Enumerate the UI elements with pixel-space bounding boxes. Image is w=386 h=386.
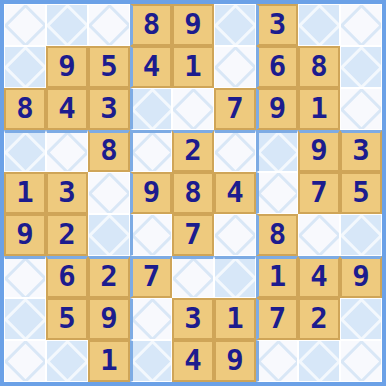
given-digit: 8: [310, 52, 327, 81]
cell-r9c6[interactable]: 9: [214, 340, 256, 382]
cell-r8c8[interactable]: 2: [298, 298, 340, 340]
cell-r8c9[interactable]: [340, 298, 382, 340]
given-digit: 6: [58, 262, 75, 291]
cell-r1c8[interactable]: [298, 4, 340, 46]
diamond-icon: [130, 130, 172, 172]
cell-r9c1[interactable]: [4, 340, 46, 382]
given-digit: 8: [143, 10, 160, 39]
cell-r8c2[interactable]: 5: [46, 298, 88, 340]
cell-r9c2[interactable]: [46, 340, 88, 382]
given-digit: 4: [310, 262, 327, 291]
cell-r7c5[interactable]: [172, 256, 214, 298]
cell-r7c3[interactable]: 2: [88, 256, 130, 298]
given-digit: 7: [269, 304, 286, 333]
diamond-icon: [214, 46, 256, 88]
given-digit: 5: [352, 178, 369, 207]
given-digit: 9: [58, 52, 75, 81]
diamond-icon: [88, 214, 130, 256]
cell-r9c4[interactable]: [130, 340, 172, 382]
given-digit: 4: [184, 346, 201, 375]
cell-r1c5[interactable]: 9: [172, 4, 214, 46]
given-digit: 1: [184, 52, 201, 81]
cell-r7c1[interactable]: [4, 256, 46, 298]
diamond-icon: [214, 214, 256, 256]
given-digit: 1: [100, 346, 117, 375]
cell-r1c1[interactable]: [4, 4, 46, 46]
given-digit: 9: [143, 178, 160, 207]
cell-r9c5[interactable]: 4: [172, 340, 214, 382]
cell-r8c1[interactable]: [4, 298, 46, 340]
given-digit: 4: [226, 178, 243, 207]
cell-r7c9[interactable]: 9: [340, 256, 382, 298]
diamond-icon: [172, 256, 214, 298]
given-digit: 1: [269, 262, 286, 291]
given-digit: 6: [269, 52, 286, 81]
cell-r6c7[interactable]: 8: [256, 214, 298, 256]
cell-r4c9[interactable]: 3: [340, 130, 382, 172]
cell-r2c5[interactable]: 1: [172, 46, 214, 88]
given-digit: 9: [16, 220, 33, 249]
given-digit: 9: [100, 304, 117, 333]
given-digit: 3: [352, 136, 369, 165]
cell-r2c1[interactable]: [4, 46, 46, 88]
diamond-icon: [214, 256, 256, 298]
cell-r3c4[interactable]: [130, 88, 172, 130]
cell-r4c7[interactable]: [256, 130, 298, 172]
given-digit: 9: [269, 94, 286, 123]
cell-r6c2[interactable]: 2: [46, 214, 88, 256]
given-digit: 9: [226, 346, 243, 375]
diamond-icon: [4, 46, 46, 88]
cell-r7c2[interactable]: 6: [46, 256, 88, 298]
cell-r1c9[interactable]: [340, 4, 382, 46]
diamond-icon: [298, 340, 340, 382]
given-digit: 2: [310, 304, 327, 333]
cell-r5c8[interactable]: 7: [298, 172, 340, 214]
diamond-icon: [4, 256, 46, 298]
diamond-icon: [214, 130, 256, 172]
cell-r9c9[interactable]: [340, 340, 382, 382]
diamond-icon: [88, 172, 130, 214]
cell-r9c7[interactable]: [256, 340, 298, 382]
diamond-icon: [298, 4, 340, 46]
given-digit: 2: [184, 136, 201, 165]
given-digit: 1: [226, 304, 243, 333]
given-digit: 3: [100, 94, 117, 123]
cell-r2c9[interactable]: [340, 46, 382, 88]
cell-r5c6[interactable]: 4: [214, 172, 256, 214]
given-digit: 9: [310, 136, 327, 165]
cell-r9c3[interactable]: 1: [88, 340, 130, 382]
diamond-icon: [46, 4, 88, 46]
cell-r6c4[interactable]: [130, 214, 172, 256]
cell-r8c5[interactable]: 3: [172, 298, 214, 340]
cell-r8c7[interactable]: 7: [256, 298, 298, 340]
cell-r3c7[interactable]: 9: [256, 88, 298, 130]
cell-r3c9[interactable]: [340, 88, 382, 130]
diamond-icon: [130, 214, 172, 256]
cell-r4c1[interactable]: [4, 130, 46, 172]
given-digit: 8: [269, 220, 286, 249]
diamond-icon: [4, 4, 46, 46]
cell-r4c6[interactable]: [214, 130, 256, 172]
diamond-icon: [340, 88, 382, 130]
given-digit: 1: [16, 178, 33, 207]
given-digit: 5: [58, 304, 75, 333]
given-digit: 3: [58, 178, 75, 207]
cell-r3c5[interactable]: [172, 88, 214, 130]
cell-r2c6[interactable]: [214, 46, 256, 88]
cell-r1c7[interactable]: 3: [256, 4, 298, 46]
diamond-icon: [46, 130, 88, 172]
cell-r8c4[interactable]: [130, 298, 172, 340]
diamond-icon: [256, 340, 298, 382]
cell-r3c8[interactable]: 1: [298, 88, 340, 130]
cell-r4c4[interactable]: [130, 130, 172, 172]
cell-r2c4[interactable]: 4: [130, 46, 172, 88]
cell-r7c7[interactable]: 1: [256, 256, 298, 298]
diamond-icon: [4, 298, 46, 340]
given-digit: 7: [143, 262, 160, 291]
given-digit: 9: [184, 10, 201, 39]
cell-r3c3[interactable]: 3: [88, 88, 130, 130]
cell-r3c6[interactable]: 7: [214, 88, 256, 130]
cell-r1c2[interactable]: [46, 4, 88, 46]
cell-r5c1[interactable]: 1: [4, 172, 46, 214]
diamond-icon: [298, 214, 340, 256]
diamond-icon: [256, 172, 298, 214]
given-digit: 4: [143, 52, 160, 81]
diamond-icon: [130, 88, 172, 130]
given-digit: 2: [100, 262, 117, 291]
cell-r1c3[interactable]: [88, 4, 130, 46]
cell-r7c6[interactable]: [214, 256, 256, 298]
sudoku-board-frame: 8939541688437918293139847592786271495931…: [0, 0, 386, 386]
given-digit: 4: [58, 94, 75, 123]
cell-r6c9[interactable]: [340, 214, 382, 256]
cell-r5c7[interactable]: [256, 172, 298, 214]
given-digit: 7: [310, 178, 327, 207]
diamond-icon: [214, 4, 256, 46]
diamond-icon: [4, 340, 46, 382]
cell-r6c5[interactable]: 7: [172, 214, 214, 256]
cell-r5c3[interactable]: [88, 172, 130, 214]
diamond-icon: [340, 340, 382, 382]
cell-r6c8[interactable]: [298, 214, 340, 256]
cell-r8c6[interactable]: 1: [214, 298, 256, 340]
given-digit: 3: [184, 304, 201, 333]
cell-r3c1[interactable]: 8: [4, 88, 46, 130]
cell-r6c6[interactable]: [214, 214, 256, 256]
cell-r6c1[interactable]: 9: [4, 214, 46, 256]
diamond-icon: [340, 4, 382, 46]
cell-r4c8[interactable]: 9: [298, 130, 340, 172]
cell-r3c2[interactable]: 4: [46, 88, 88, 130]
given-digit: 9: [352, 262, 369, 291]
diamond-icon: [340, 298, 382, 340]
cell-r5c4[interactable]: 9: [130, 172, 172, 214]
given-digit: 8: [184, 178, 201, 207]
given-digit: 2: [58, 220, 75, 249]
diamond-icon: [130, 340, 172, 382]
cell-r2c2[interactable]: 9: [46, 46, 88, 88]
given-digit: 5: [100, 52, 117, 81]
given-digit: 3: [269, 10, 286, 39]
sudoku-board: 8939541688437918293139847592786271495931…: [4, 4, 382, 382]
cell-r9c8[interactable]: [298, 340, 340, 382]
given-digit: 1: [310, 94, 327, 123]
cell-r2c3[interactable]: 5: [88, 46, 130, 88]
cell-r1c4[interactable]: 8: [130, 4, 172, 46]
cell-r2c7[interactable]: 6: [256, 46, 298, 88]
cell-r5c2[interactable]: 3: [46, 172, 88, 214]
diamond-icon: [340, 46, 382, 88]
diamond-icon: [46, 340, 88, 382]
cell-r8c3[interactable]: 9: [88, 298, 130, 340]
diamond-icon: [4, 130, 46, 172]
cell-r4c3[interactable]: 8: [88, 130, 130, 172]
cell-r5c5[interactable]: 8: [172, 172, 214, 214]
cell-r7c8[interactable]: 4: [298, 256, 340, 298]
diamond-icon: [172, 88, 214, 130]
given-digit: 8: [100, 136, 117, 165]
given-digit: 7: [226, 94, 243, 123]
given-digit: 7: [184, 220, 201, 249]
diamond-icon: [130, 298, 172, 340]
cell-r1c6[interactable]: [214, 4, 256, 46]
cell-r5c9[interactable]: 5: [340, 172, 382, 214]
diamond-icon: [340, 214, 382, 256]
diamond-icon: [88, 4, 130, 46]
cell-r4c2[interactable]: [46, 130, 88, 172]
given-digit: 8: [16, 94, 33, 123]
cell-r4c5[interactable]: 2: [172, 130, 214, 172]
cell-r7c4[interactable]: 7: [130, 256, 172, 298]
cell-r2c8[interactable]: 8: [298, 46, 340, 88]
cell-r6c3[interactable]: [88, 214, 130, 256]
diamond-icon: [256, 130, 298, 172]
